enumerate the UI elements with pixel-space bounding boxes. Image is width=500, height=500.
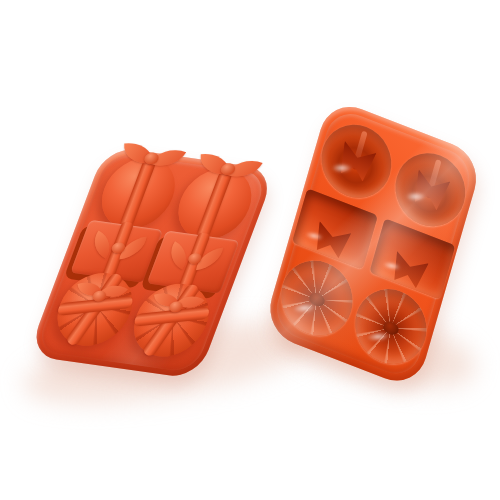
product-photo xyxy=(0,0,500,500)
